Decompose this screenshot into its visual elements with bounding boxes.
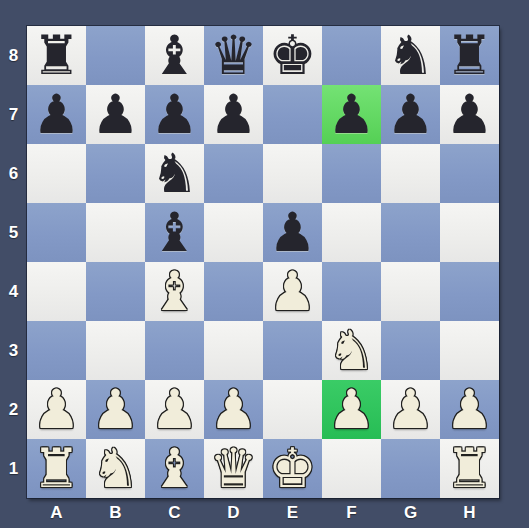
square-d1[interactable]: ♛ — [204, 439, 263, 498]
square-h4[interactable] — [440, 262, 499, 321]
black-queen-icon[interactable]: ♛ — [209, 26, 257, 85]
rank-label-4: 4 — [0, 262, 27, 321]
rank-labels: 87654321 — [0, 26, 27, 498]
rank-label-3: 3 — [0, 321, 27, 380]
file-label-c: C — [145, 498, 204, 528]
white-rook-icon[interactable]: ♜ — [32, 439, 80, 498]
black-pawn-icon[interactable]: ♟ — [32, 85, 80, 144]
square-d4[interactable] — [204, 262, 263, 321]
black-pawn-icon[interactable]: ♟ — [268, 203, 316, 262]
square-g6[interactable] — [381, 144, 440, 203]
white-pawn-icon[interactable]: ♟ — [268, 262, 316, 321]
square-h6[interactable] — [440, 144, 499, 203]
square-h5[interactable] — [440, 203, 499, 262]
file-label-d: D — [204, 498, 263, 528]
square-g8[interactable]: ♞ — [381, 26, 440, 85]
square-g5[interactable] — [381, 203, 440, 262]
rank-label-7: 7 — [0, 85, 27, 144]
square-f5[interactable] — [322, 203, 381, 262]
square-h1[interactable]: ♜ — [440, 439, 499, 498]
square-d6[interactable] — [204, 144, 263, 203]
square-e5[interactable]: ♟ — [263, 203, 322, 262]
square-c4[interactable]: ♝ — [145, 262, 204, 321]
rank-label-2: 2 — [0, 380, 27, 439]
square-g7[interactable]: ♟ — [381, 85, 440, 144]
rank-label-6: 6 — [0, 144, 27, 203]
black-bishop-icon[interactable]: ♝ — [150, 203, 198, 262]
square-e1[interactable]: ♚ — [263, 439, 322, 498]
white-bishop-icon[interactable]: ♝ — [150, 262, 198, 321]
square-b3[interactable] — [86, 321, 145, 380]
square-h2[interactable]: ♟ — [440, 380, 499, 439]
square-e2[interactable] — [263, 380, 322, 439]
square-f4[interactable] — [322, 262, 381, 321]
square-e6[interactable] — [263, 144, 322, 203]
square-b5[interactable] — [86, 203, 145, 262]
square-f8[interactable] — [322, 26, 381, 85]
black-king-icon[interactable]: ♚ — [268, 26, 316, 85]
file-label-e: E — [263, 498, 322, 528]
file-label-b: B — [86, 498, 145, 528]
white-knight-icon[interactable]: ♞ — [91, 439, 139, 498]
square-e7[interactable] — [263, 85, 322, 144]
square-f3[interactable]: ♞ — [322, 321, 381, 380]
white-pawn-icon[interactable]: ♟ — [445, 380, 493, 439]
square-f2-highlighted[interactable]: ♟ — [322, 380, 381, 439]
black-bishop-icon[interactable]: ♝ — [150, 26, 198, 85]
square-e3[interactable] — [263, 321, 322, 380]
square-a7[interactable]: ♟ — [27, 85, 86, 144]
square-b8[interactable] — [86, 26, 145, 85]
square-f1[interactable] — [322, 439, 381, 498]
black-pawn-icon[interactable]: ♟ — [327, 85, 375, 144]
black-rook-icon[interactable]: ♜ — [32, 26, 80, 85]
white-pawn-icon[interactable]: ♟ — [32, 380, 80, 439]
black-pawn-icon[interactable]: ♟ — [91, 85, 139, 144]
black-pawn-icon[interactable]: ♟ — [150, 85, 198, 144]
square-a3[interactable] — [27, 321, 86, 380]
square-a2[interactable]: ♟ — [27, 380, 86, 439]
square-b7[interactable]: ♟ — [86, 85, 145, 144]
black-knight-icon[interactable]: ♞ — [150, 144, 198, 203]
square-b4[interactable] — [86, 262, 145, 321]
white-pawn-icon[interactable]: ♟ — [209, 380, 257, 439]
square-g4[interactable] — [381, 262, 440, 321]
square-a4[interactable] — [27, 262, 86, 321]
square-f7-highlighted[interactable]: ♟ — [322, 85, 381, 144]
white-pawn-icon[interactable]: ♟ — [150, 380, 198, 439]
rank-label-5: 5 — [0, 203, 27, 262]
white-bishop-icon[interactable]: ♝ — [150, 439, 198, 498]
square-e8[interactable]: ♚ — [263, 26, 322, 85]
rank-label-1: 1 — [0, 439, 27, 498]
white-rook-icon[interactable]: ♜ — [445, 439, 493, 498]
white-pawn-icon[interactable]: ♟ — [386, 380, 434, 439]
square-g3[interactable] — [381, 321, 440, 380]
black-pawn-icon[interactable]: ♟ — [445, 85, 493, 144]
black-knight-icon[interactable]: ♞ — [386, 26, 434, 85]
file-label-f: F — [322, 498, 381, 528]
square-c2[interactable]: ♟ — [145, 380, 204, 439]
square-g1[interactable] — [381, 439, 440, 498]
square-d8[interactable]: ♛ — [204, 26, 263, 85]
square-c7[interactable]: ♟ — [145, 85, 204, 144]
white-queen-icon[interactable]: ♛ — [209, 439, 257, 498]
white-king-icon[interactable]: ♚ — [268, 439, 316, 498]
square-h7[interactable]: ♟ — [440, 85, 499, 144]
file-label-a: A — [27, 498, 86, 528]
square-a1[interactable]: ♜ — [27, 439, 86, 498]
square-c6[interactable]: ♞ — [145, 144, 204, 203]
square-b2[interactable]: ♟ — [86, 380, 145, 439]
chess-board-frame: 87654321 ♜♝♛♚♞♜♟♟♟♟♟♟♟♞♝♟♝♟♞♟♟♟♟♟♟♟♜♞♝♛♚… — [0, 0, 529, 528]
square-d2[interactable]: ♟ — [204, 380, 263, 439]
square-c1[interactable]: ♝ — [145, 439, 204, 498]
square-f6[interactable] — [322, 144, 381, 203]
square-c5[interactable]: ♝ — [145, 203, 204, 262]
file-labels: ABCDEFGH — [27, 498, 499, 528]
square-d3[interactable] — [204, 321, 263, 380]
square-c3[interactable] — [145, 321, 204, 380]
square-d7[interactable]: ♟ — [204, 85, 263, 144]
chess-board[interactable]: ♜♝♛♚♞♜♟♟♟♟♟♟♟♞♝♟♝♟♞♟♟♟♟♟♟♟♜♞♝♛♚♜ — [27, 26, 499, 498]
square-h3[interactable] — [440, 321, 499, 380]
square-a8[interactable]: ♜ — [27, 26, 86, 85]
square-a6[interactable] — [27, 144, 86, 203]
square-d5[interactable] — [204, 203, 263, 262]
white-knight-icon[interactable]: ♞ — [327, 321, 375, 380]
black-pawn-icon[interactable]: ♟ — [209, 85, 257, 144]
square-a5[interactable] — [27, 203, 86, 262]
file-label-g: G — [381, 498, 440, 528]
square-c8[interactable]: ♝ — [145, 26, 204, 85]
square-b6[interactable] — [86, 144, 145, 203]
square-g2[interactable]: ♟ — [381, 380, 440, 439]
white-pawn-icon[interactable]: ♟ — [327, 380, 375, 439]
black-rook-icon[interactable]: ♜ — [445, 26, 493, 85]
square-b1[interactable]: ♞ — [86, 439, 145, 498]
black-pawn-icon[interactable]: ♟ — [386, 85, 434, 144]
square-e4[interactable]: ♟ — [263, 262, 322, 321]
file-label-h: H — [440, 498, 499, 528]
rank-label-8: 8 — [0, 26, 27, 85]
square-h8[interactable]: ♜ — [440, 26, 499, 85]
white-pawn-icon[interactable]: ♟ — [91, 380, 139, 439]
